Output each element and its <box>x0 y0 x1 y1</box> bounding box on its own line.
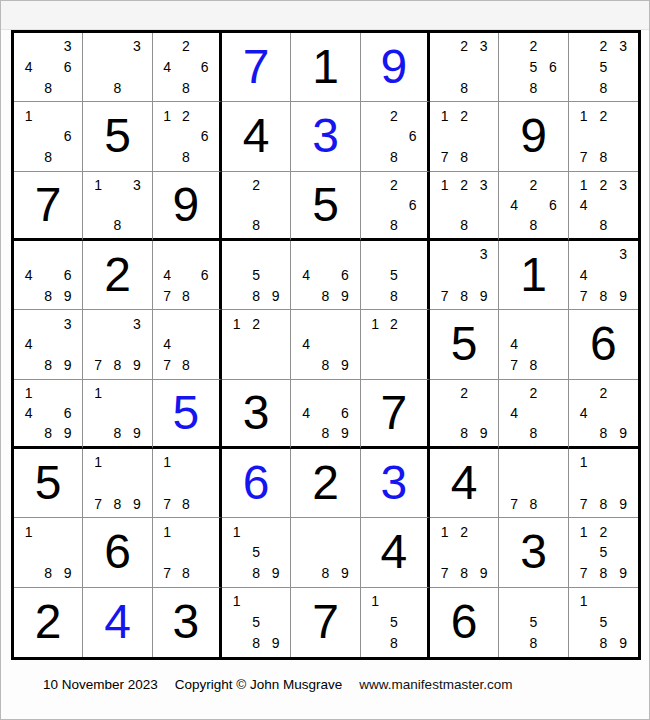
candidate-digit: 4 <box>19 403 38 423</box>
cell-r4c1[interactable]: 4689 <box>14 241 83 310</box>
pencil-marks: 478 <box>499 310 567 378</box>
pencil-marks: 178 <box>153 518 219 586</box>
cell-r4c2[interactable]: 2 <box>83 241 152 310</box>
candidate-digit: 8 <box>38 78 57 99</box>
candidate-digit: 8 <box>593 563 613 584</box>
candidate-digit: 8 <box>108 215 127 235</box>
pencil-marks: 1589 <box>222 588 290 657</box>
pencil-marks: 268 <box>361 172 427 238</box>
candidate-digit: 4 <box>296 265 315 286</box>
candidate-digit: 9 <box>613 286 633 307</box>
candidate-digit: 8 <box>176 563 195 584</box>
candidate-digit: 2 <box>593 175 613 195</box>
candidate-digit: 1 <box>88 175 107 195</box>
pencil-marks: 589 <box>222 241 290 309</box>
candidate-digit: 2 <box>176 105 195 126</box>
candidate-digit: 4 <box>158 334 177 355</box>
candidate-digit: 2 <box>454 36 473 57</box>
candidate-digit: 9 <box>335 423 354 443</box>
pencil-marks: 2568 <box>499 33 567 101</box>
cell-r5c2[interactable]: 3789 <box>83 310 152 379</box>
candidate-digit: 6 <box>58 126 77 147</box>
cell-r1c4[interactable]: 7 <box>222 33 291 102</box>
cell-r3c2[interactable]: 138 <box>83 172 152 241</box>
pencil-marks: 1238 <box>430 172 498 238</box>
cell-r1c8[interactable]: 2568 <box>499 33 568 102</box>
candidate-digit: 8 <box>454 215 473 235</box>
candidate-digit: 2 <box>176 36 195 57</box>
pencil-marks: 4689 <box>291 241 359 309</box>
candidate-digit: 7 <box>435 147 454 168</box>
given-digit: 7 <box>291 588 359 657</box>
candidate-digit: 8 <box>454 147 473 168</box>
cell-r4c4[interactable]: 589 <box>222 241 291 310</box>
solved-digit: 6 <box>222 449 290 517</box>
candidate-digit: 4 <box>504 403 523 423</box>
candidate-digit: 4 <box>19 57 38 78</box>
pencil-marks: 28 <box>222 172 290 238</box>
pencil-marks: 38 <box>83 33 151 101</box>
candidate-digit: 9 <box>266 286 285 307</box>
cell-r9c6[interactable]: 158 <box>361 588 430 657</box>
pencil-marks: 12789 <box>430 518 498 586</box>
candidate-digit: 5 <box>524 57 543 78</box>
cell-r8c2[interactable]: 6 <box>83 518 152 587</box>
pencil-marks: 125789 <box>569 518 638 586</box>
cell-r5c4[interactable]: 12 <box>222 310 291 379</box>
candidate-digit: 1 <box>366 591 385 612</box>
candidate-digit: 8 <box>176 494 195 515</box>
candidate-digit: 8 <box>176 355 195 376</box>
candidate-digit: 9 <box>266 563 285 584</box>
cell-r8c7[interactable]: 12789 <box>430 518 499 587</box>
given-digit: 3 <box>222 380 290 446</box>
pencil-marks: 1589 <box>222 518 290 586</box>
cell-r3c7[interactable]: 1238 <box>430 172 499 241</box>
sudoku-page: 3468382468719238256823581685126843268127… <box>0 0 650 720</box>
candidate-digit: 7 <box>158 286 177 307</box>
candidate-digit: 7 <box>158 355 177 376</box>
top-margin-strip <box>1 1 649 30</box>
candidate-digit: 9 <box>335 355 354 376</box>
candidate-digit: 5 <box>384 265 403 286</box>
candidate-digit: 1 <box>158 105 177 126</box>
given-digit: 4 <box>361 518 427 586</box>
candidate-digit: 9 <box>474 286 493 307</box>
cell-r7c5[interactable]: 2 <box>291 449 360 518</box>
cell-r5c7[interactable]: 5 <box>430 310 499 379</box>
candidate-digit: 8 <box>246 633 265 654</box>
candidate-digit: 2 <box>246 313 265 334</box>
pencil-marks: 1278 <box>569 102 638 170</box>
candidate-digit: 7 <box>88 494 107 515</box>
cell-r6c7[interactable]: 289 <box>430 380 499 449</box>
candidate-digit: 6 <box>543 57 562 78</box>
candidate-digit: 2 <box>593 521 613 542</box>
candidate-digit: 7 <box>574 494 594 515</box>
solved-digit: 4 <box>83 588 151 657</box>
cell-r9c4[interactable]: 1589 <box>222 588 291 657</box>
pencil-marks: 2358 <box>569 33 638 101</box>
pencil-marks: 12 <box>222 310 290 378</box>
cell-r8c5[interactable]: 89 <box>291 518 360 587</box>
cell-r5c1[interactable]: 3489 <box>14 310 83 379</box>
candidate-digit: 4 <box>19 334 38 355</box>
candidate-digit: 7 <box>504 494 523 515</box>
pencil-marks: 12 <box>361 310 427 378</box>
cell-r2c6[interactable]: 268 <box>361 102 430 171</box>
cell-r5c9[interactable]: 6 <box>569 310 638 379</box>
candidate-digit: 8 <box>384 147 403 168</box>
given-digit: 5 <box>14 449 82 517</box>
given-digit: 1 <box>499 241 567 309</box>
candidate-digit: 9 <box>127 355 146 376</box>
given-digit: 5 <box>291 172 359 238</box>
candidate-digit: 4 <box>158 57 177 78</box>
cell-r6c5[interactable]: 4689 <box>291 380 360 449</box>
pencil-marks: 4678 <box>153 241 219 309</box>
cell-r3c1[interactable]: 7 <box>14 172 83 241</box>
candidate-digit: 5 <box>384 612 403 633</box>
candidate-digit: 1 <box>574 105 594 126</box>
solved-digit: 5 <box>153 380 219 446</box>
pencil-marks: 478 <box>153 310 219 378</box>
pencil-marks: 14689 <box>14 380 82 446</box>
candidate-digit: 1 <box>574 591 594 612</box>
candidate-digit: 9 <box>613 494 633 515</box>
candidate-digit: 8 <box>316 423 335 443</box>
candidate-digit: 8 <box>38 563 57 584</box>
candidate-digit: 6 <box>195 57 214 78</box>
candidate-digit: 1 <box>574 175 594 195</box>
given-digit: 7 <box>14 172 82 238</box>
cell-r2c9[interactable]: 1278 <box>569 102 638 171</box>
candidate-digit: 9 <box>58 423 77 443</box>
candidate-digit: 1 <box>227 521 246 542</box>
candidate-digit: 9 <box>613 423 633 443</box>
pencil-marks: 1268 <box>153 102 219 170</box>
cell-r2c1[interactable]: 168 <box>14 102 83 171</box>
candidate-digit: 4 <box>574 265 594 286</box>
cell-r6c8[interactable]: 248 <box>499 380 568 449</box>
pencil-marks: 58 <box>361 241 427 309</box>
pencil-marks: 58 <box>499 588 567 657</box>
given-digit: 1 <box>291 33 359 101</box>
cell-r1c6[interactable]: 9 <box>361 33 430 102</box>
cell-r9c9[interactable]: 1589 <box>569 588 638 657</box>
candidate-digit: 8 <box>176 286 195 307</box>
candidate-digit: 6 <box>195 126 214 147</box>
candidate-digit: 3 <box>613 244 633 265</box>
cell-r9c3[interactable]: 3 <box>153 588 222 657</box>
given-digit: 7 <box>361 380 427 446</box>
candidate-digit: 2 <box>454 175 473 195</box>
candidate-digit: 8 <box>176 147 195 168</box>
given-digit: 5 <box>430 310 498 378</box>
cell-r2c4[interactable]: 4 <box>222 102 291 171</box>
cell-r9c8[interactable]: 58 <box>499 588 568 657</box>
cell-r4c7[interactable]: 3789 <box>430 241 499 310</box>
candidate-digit: 6 <box>403 195 422 215</box>
given-digit: 4 <box>430 449 498 517</box>
candidate-digit: 8 <box>38 355 57 376</box>
cell-r6c3[interactable]: 5 <box>153 380 222 449</box>
cell-r3c3[interactable]: 9 <box>153 172 222 241</box>
candidate-digit: 2 <box>593 383 613 403</box>
candidate-digit: 1 <box>366 313 385 334</box>
footer-website-link[interactable]: www.manifestmaster.com <box>359 677 512 692</box>
cell-r2c3[interactable]: 1268 <box>153 102 222 171</box>
candidate-digit: 6 <box>195 265 214 286</box>
solved-digit: 3 <box>291 102 359 170</box>
cell-r2c2[interactable]: 5 <box>83 102 152 171</box>
candidate-digit: 2 <box>384 313 403 334</box>
candidate-digit: 9 <box>613 633 633 654</box>
cell-r7c8[interactable]: 78 <box>499 449 568 518</box>
cell-r7c2[interactable]: 1789 <box>83 449 152 518</box>
cell-r6c4[interactable]: 3 <box>222 380 291 449</box>
cell-r3c8[interactable]: 2468 <box>499 172 568 241</box>
given-digit: 3 <box>153 588 219 657</box>
candidate-digit: 3 <box>127 36 146 57</box>
candidate-digit: 1 <box>19 105 38 126</box>
candidate-digit: 1 <box>227 313 246 334</box>
candidate-digit: 8 <box>108 78 127 99</box>
cell-r8c4[interactable]: 1589 <box>222 518 291 587</box>
pencil-marks: 3789 <box>83 310 151 378</box>
candidate-digit: 1 <box>435 105 454 126</box>
candidate-digit: 8 <box>454 423 473 443</box>
candidate-digit: 7 <box>88 355 107 376</box>
cell-r3c4[interactable]: 28 <box>222 172 291 241</box>
candidate-digit: 8 <box>384 215 403 235</box>
candidate-digit: 3 <box>474 36 493 57</box>
candidate-digit: 2 <box>524 36 543 57</box>
candidate-digit: 8 <box>524 633 543 654</box>
candidate-digit: 3 <box>613 175 633 195</box>
candidate-digit: 9 <box>613 563 633 584</box>
pencil-marks: 4689 <box>291 380 359 446</box>
candidate-digit: 3 <box>474 244 493 265</box>
candidate-digit: 7 <box>158 563 177 584</box>
candidate-digit: 7 <box>574 563 594 584</box>
candidate-digit: 9 <box>266 633 285 654</box>
cell-r1c7[interactable]: 238 <box>430 33 499 102</box>
pencil-marks: 248 <box>499 380 567 446</box>
candidate-digit: 8 <box>176 78 195 99</box>
cell-r1c3[interactable]: 2468 <box>153 33 222 102</box>
candidate-digit: 4 <box>296 334 315 355</box>
candidate-digit: 2 <box>454 521 473 542</box>
cell-r4c8[interactable]: 1 <box>499 241 568 310</box>
candidate-digit: 1 <box>19 521 38 542</box>
given-digit: 6 <box>83 518 151 586</box>
candidate-digit: 8 <box>108 494 127 515</box>
pencil-marks: 268 <box>361 102 427 170</box>
candidate-digit: 8 <box>593 286 613 307</box>
candidate-digit: 8 <box>316 355 335 376</box>
candidate-digit: 3 <box>474 175 493 195</box>
cell-r1c9[interactable]: 2358 <box>569 33 638 102</box>
candidate-digit: 2 <box>593 36 613 57</box>
candidate-digit: 3 <box>127 175 146 195</box>
candidate-digit: 9 <box>127 423 146 443</box>
candidate-digit: 9 <box>335 286 354 307</box>
candidate-digit: 8 <box>593 215 613 235</box>
cell-r4c6[interactable]: 58 <box>361 241 430 310</box>
pencil-marks: 12348 <box>569 172 638 238</box>
pencil-marks: 189 <box>14 518 82 586</box>
candidate-digit: 9 <box>58 355 77 376</box>
cell-r8c3[interactable]: 178 <box>153 518 222 587</box>
cell-r7c9[interactable]: 1789 <box>569 449 638 518</box>
cell-r9c1[interactable]: 2 <box>14 588 83 657</box>
cell-r1c1[interactable]: 3468 <box>14 33 83 102</box>
cell-r2c5[interactable]: 3 <box>291 102 360 171</box>
candidate-digit: 3 <box>127 313 146 334</box>
candidate-digit: 8 <box>524 494 543 515</box>
cell-r3c5[interactable]: 5 <box>291 172 360 241</box>
candidate-digit: 1 <box>574 452 594 473</box>
pencil-marks: 189 <box>83 380 151 446</box>
candidate-digit: 8 <box>524 355 543 376</box>
candidate-digit: 8 <box>454 563 473 584</box>
footer: 10 November 2023 Copyright © John Musgra… <box>43 677 512 692</box>
candidate-digit: 8 <box>593 494 613 515</box>
cell-r7c7[interactable]: 4 <box>430 449 499 518</box>
cell-r9c5[interactable]: 7 <box>291 588 360 657</box>
cell-r6c1[interactable]: 14689 <box>14 380 83 449</box>
candidate-digit: 4 <box>19 265 38 286</box>
candidate-digit: 3 <box>613 36 633 57</box>
candidate-digit: 6 <box>543 195 562 215</box>
cell-r1c5[interactable]: 1 <box>291 33 360 102</box>
cell-r6c9[interactable]: 2489 <box>569 380 638 449</box>
candidate-digit: 8 <box>384 286 403 307</box>
candidate-digit: 2 <box>524 383 543 403</box>
cell-r8c1[interactable]: 189 <box>14 518 83 587</box>
cell-r6c2[interactable]: 189 <box>83 380 152 449</box>
footer-date: 10 November 2023 <box>43 677 158 692</box>
candidate-digit: 6 <box>58 57 77 78</box>
candidate-digit: 8 <box>246 286 265 307</box>
candidate-digit: 7 <box>574 147 594 168</box>
candidate-digit: 8 <box>593 633 613 654</box>
candidate-digit: 5 <box>246 542 265 563</box>
given-digit: 9 <box>153 172 219 238</box>
candidate-digit: 6 <box>58 265 77 286</box>
candidate-digit: 3 <box>58 36 77 57</box>
candidate-digit: 5 <box>246 612 265 633</box>
candidate-digit: 1 <box>158 452 177 473</box>
cell-r4c5[interactable]: 4689 <box>291 241 360 310</box>
pencil-marks: 3789 <box>430 241 498 309</box>
cell-r5c5[interactable]: 489 <box>291 310 360 379</box>
candidate-digit: 8 <box>524 423 543 443</box>
cell-r8c9[interactable]: 125789 <box>569 518 638 587</box>
cell-r9c2[interactable]: 4 <box>83 588 152 657</box>
candidate-digit: 7 <box>504 355 523 376</box>
solved-digit: 3 <box>361 449 427 517</box>
pencil-marks: 1278 <box>430 102 498 170</box>
cell-r5c8[interactable]: 478 <box>499 310 568 379</box>
cell-r9c7[interactable]: 6 <box>430 588 499 657</box>
candidate-digit: 2 <box>454 105 473 126</box>
given-digit: 5 <box>83 102 151 170</box>
candidate-digit: 1 <box>88 452 107 473</box>
pencil-marks: 34789 <box>569 241 638 309</box>
candidate-digit: 8 <box>454 286 473 307</box>
candidate-digit: 2 <box>454 383 473 403</box>
candidate-digit: 1 <box>88 383 107 403</box>
cell-r1c2[interactable]: 38 <box>83 33 152 102</box>
pencil-marks: 78 <box>499 449 567 517</box>
candidate-digit: 8 <box>38 423 57 443</box>
candidate-digit: 7 <box>435 563 454 584</box>
candidate-digit: 1 <box>574 521 594 542</box>
pencil-marks: 1789 <box>83 449 151 517</box>
pencil-marks: 4689 <box>14 241 82 309</box>
pencil-marks: 178 <box>153 449 219 517</box>
cell-r2c8[interactable]: 9 <box>499 102 568 171</box>
cell-r7c4[interactable]: 6 <box>222 449 291 518</box>
given-digit: 2 <box>291 449 359 517</box>
candidate-digit: 5 <box>593 542 613 563</box>
pencil-marks: 158 <box>361 588 427 657</box>
candidate-digit: 8 <box>38 286 57 307</box>
candidate-digit: 8 <box>454 78 473 99</box>
pencil-marks: 289 <box>430 380 498 446</box>
candidate-digit: 1 <box>227 591 246 612</box>
given-digit: 6 <box>569 310 638 378</box>
pencil-marks: 2468 <box>153 33 219 101</box>
cell-r4c3[interactable]: 4678 <box>153 241 222 310</box>
candidate-digit: 1 <box>435 521 454 542</box>
candidate-digit: 5 <box>524 612 543 633</box>
candidate-digit: 2 <box>524 175 543 195</box>
candidate-digit: 7 <box>574 286 594 307</box>
cell-r7c3[interactable]: 178 <box>153 449 222 518</box>
candidate-digit: 5 <box>246 265 265 286</box>
cell-r3c6[interactable]: 268 <box>361 172 430 241</box>
candidate-digit: 1 <box>158 521 177 542</box>
candidate-digit: 4 <box>574 403 594 423</box>
cell-r4c9[interactable]: 34789 <box>569 241 638 310</box>
pencil-marks: 1789 <box>569 449 638 517</box>
given-digit: 9 <box>499 102 567 170</box>
cell-r3c9[interactable]: 12348 <box>569 172 638 241</box>
cell-r8c6[interactable]: 4 <box>361 518 430 587</box>
candidate-digit: 8 <box>108 355 127 376</box>
candidate-digit: 7 <box>435 286 454 307</box>
candidate-digit: 8 <box>108 423 127 443</box>
pencil-marks: 168 <box>14 102 82 170</box>
candidate-digit: 8 <box>246 563 265 584</box>
candidate-digit: 2 <box>384 105 403 126</box>
cell-r2c7[interactable]: 1278 <box>430 102 499 171</box>
candidate-digit: 6 <box>335 265 354 286</box>
cell-r7c1[interactable]: 5 <box>14 449 83 518</box>
cell-r5c6[interactable]: 12 <box>361 310 430 379</box>
candidate-digit: 8 <box>384 633 403 654</box>
pencil-marks: 3489 <box>14 310 82 378</box>
candidate-digit: 4 <box>504 334 523 355</box>
cell-r5c3[interactable]: 478 <box>153 310 222 379</box>
cell-r6c6[interactable]: 7 <box>361 380 430 449</box>
cell-r8c8[interactable]: 3 <box>499 518 568 587</box>
cell-r7c6[interactable]: 3 <box>361 449 430 518</box>
candidate-digit: 9 <box>127 494 146 515</box>
